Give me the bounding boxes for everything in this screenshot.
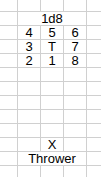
cell-r11c4[interactable] bbox=[64, 138, 87, 152]
spreadsheet-grid: 1d84563T7218XThrower bbox=[0, 0, 101, 177]
cell-r1c1[interactable] bbox=[0, 0, 18, 12]
cell-r6c2[interactable] bbox=[18, 68, 41, 82]
cell-r3c5[interactable] bbox=[87, 26, 101, 40]
cell-r7c4[interactable] bbox=[64, 82, 87, 96]
legend-x-cell[interactable]: X bbox=[41, 138, 64, 152]
cell-r10c2[interactable] bbox=[18, 124, 41, 138]
cell-r10c1[interactable] bbox=[0, 124, 18, 138]
scatter-cell-7[interactable]: 7 bbox=[64, 40, 87, 54]
cell-r8c3[interactable] bbox=[41, 96, 64, 110]
cell-r6c1[interactable] bbox=[0, 68, 18, 82]
cell-r1c4[interactable] bbox=[64, 0, 87, 12]
scatter-cell-3[interactable]: 3 bbox=[18, 40, 41, 54]
cell-r7c3[interactable] bbox=[41, 82, 64, 96]
cell-r9c4[interactable] bbox=[64, 110, 87, 124]
cell-r13c4[interactable] bbox=[64, 166, 87, 177]
scatter-cell-5[interactable]: 5 bbox=[41, 26, 64, 40]
cell-r8c2[interactable] bbox=[18, 96, 41, 110]
cell-r9c3[interactable] bbox=[41, 110, 64, 124]
cell-r7c5[interactable] bbox=[87, 82, 101, 96]
cell-r11c5[interactable] bbox=[87, 138, 101, 152]
cell-r13c2[interactable] bbox=[18, 166, 41, 177]
cell-r9c5[interactable] bbox=[87, 110, 101, 124]
cell-r12c1[interactable] bbox=[0, 152, 18, 166]
scatter-cell-6[interactable]: 6 bbox=[64, 26, 87, 40]
cell-r8c1[interactable] bbox=[0, 96, 18, 110]
cell-r8c5[interactable] bbox=[87, 96, 101, 110]
cell-r6c3[interactable] bbox=[41, 68, 64, 82]
cell-r10c3[interactable] bbox=[41, 124, 64, 138]
cell-r6c4[interactable] bbox=[64, 68, 87, 82]
cell-r8c4[interactable] bbox=[64, 96, 87, 110]
cell-r13c3[interactable] bbox=[41, 166, 64, 177]
cell-r13c5[interactable] bbox=[87, 166, 101, 177]
cell-r7c2[interactable] bbox=[18, 82, 41, 96]
cell-r1c5[interactable] bbox=[87, 0, 101, 12]
cell-r1c2[interactable] bbox=[18, 0, 41, 12]
scatter-cell-2[interactable]: 2 bbox=[18, 54, 41, 68]
scatter-cell-8[interactable]: 8 bbox=[64, 54, 87, 68]
cell-r12c5[interactable] bbox=[87, 152, 101, 166]
cell-r9c2[interactable] bbox=[18, 110, 41, 124]
cell-r11c2[interactable] bbox=[18, 138, 41, 152]
cell-r13c1[interactable] bbox=[0, 166, 18, 177]
scatter-cell-4[interactable]: 4 bbox=[18, 26, 41, 40]
cell-r7c1[interactable] bbox=[0, 82, 18, 96]
cell-r2c5[interactable] bbox=[87, 12, 101, 26]
cell-r9c1[interactable] bbox=[0, 110, 18, 124]
cell-r4c5[interactable] bbox=[87, 40, 101, 54]
cell-r5c1[interactable] bbox=[0, 54, 18, 68]
cell-r3c1[interactable] bbox=[0, 26, 18, 40]
cell-r10c4[interactable] bbox=[64, 124, 87, 138]
cell-r2c1[interactable] bbox=[0, 12, 18, 26]
cell-r11c1[interactable] bbox=[0, 138, 18, 152]
scatter-cell-1[interactable]: 1 bbox=[41, 54, 64, 68]
dice-header-cell[interactable]: 1d8 bbox=[18, 12, 87, 26]
thrower-center-cell[interactable]: T bbox=[41, 40, 64, 54]
thrower-label-cell[interactable]: Thrower bbox=[18, 152, 87, 166]
cell-r10c5[interactable] bbox=[87, 124, 101, 138]
cell-r6c5[interactable] bbox=[87, 68, 101, 82]
cell-r5c5[interactable] bbox=[87, 54, 101, 68]
cell-r4c1[interactable] bbox=[0, 40, 18, 54]
